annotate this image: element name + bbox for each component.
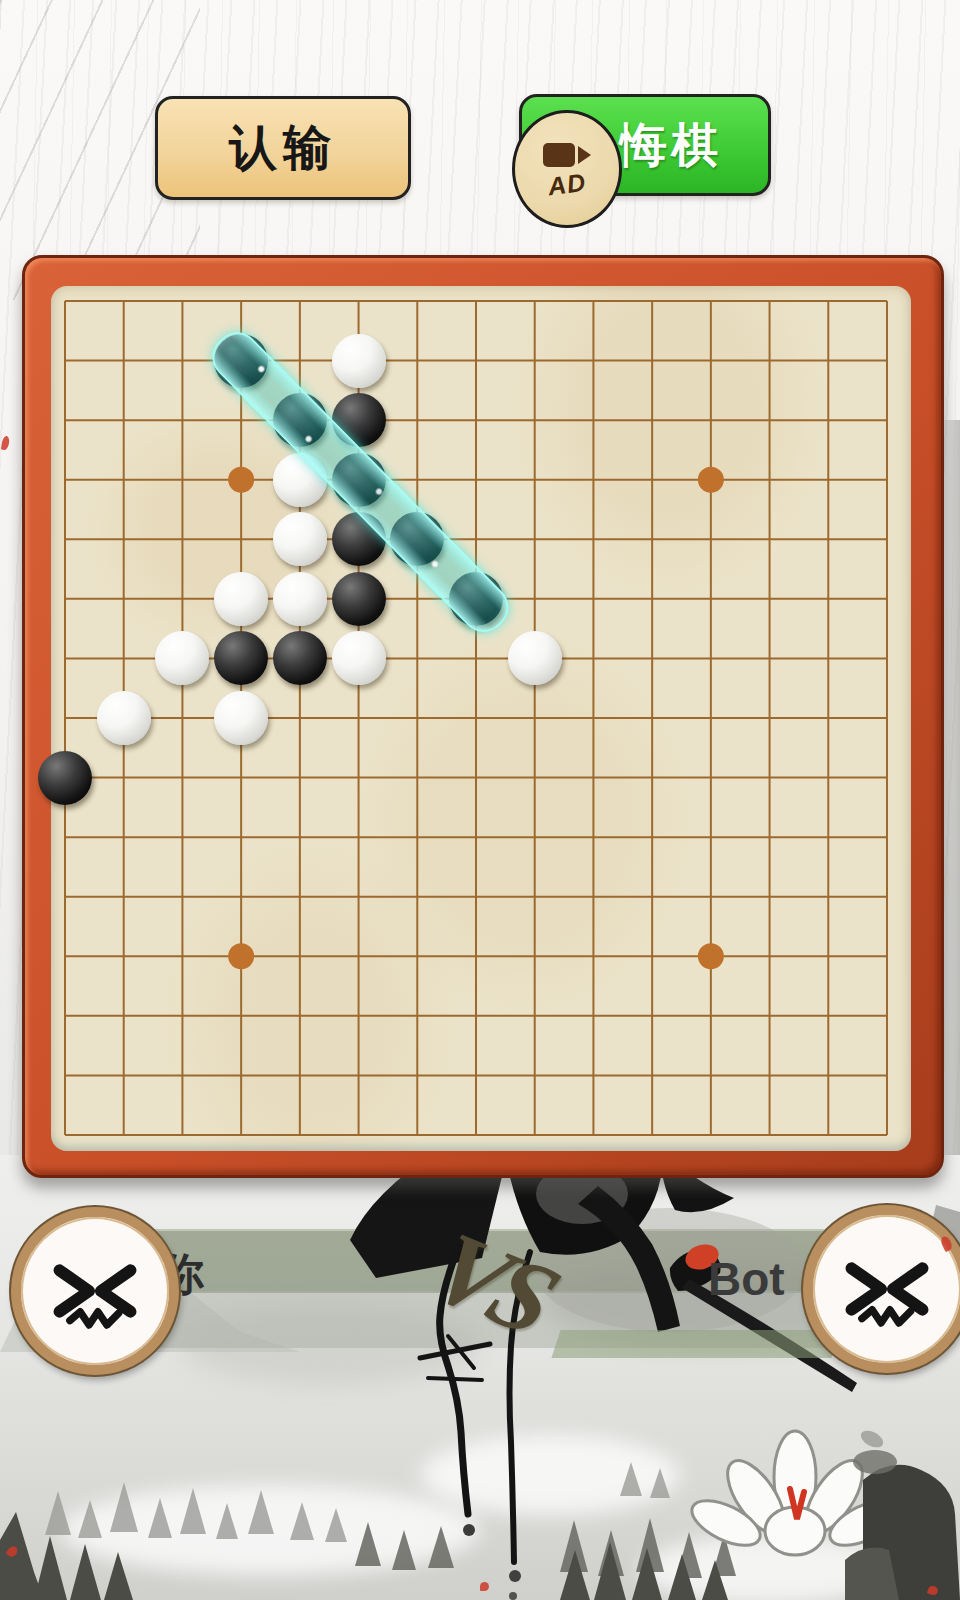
- squint-face-icon: [21, 1217, 169, 1365]
- white-stone: [273, 572, 327, 626]
- white-stone: [508, 631, 562, 685]
- star-point: [228, 467, 254, 493]
- player-avatar-bot: [803, 1205, 960, 1373]
- white-stone: [214, 572, 268, 626]
- camera-lens: [578, 146, 591, 164]
- surrender-label: 认输: [229, 116, 337, 180]
- white-stone: [97, 691, 151, 745]
- white-stone: [214, 691, 268, 745]
- camera-body: [543, 143, 575, 167]
- white-stone: [332, 334, 386, 388]
- ad-video-badge[interactable]: AD: [512, 110, 622, 228]
- board-frame: [22, 255, 944, 1178]
- black-stone: [332, 572, 386, 626]
- star-point: [698, 943, 724, 969]
- white-stone: [273, 512, 327, 566]
- player-avatar-you: [11, 1207, 179, 1375]
- player-name-bot: Bot: [708, 1252, 785, 1306]
- star-point: [228, 943, 254, 969]
- black-stone: [38, 751, 92, 805]
- squint-face-icon: [813, 1215, 960, 1363]
- white-stone: [332, 631, 386, 685]
- surrender-button[interactable]: 认输: [155, 96, 411, 200]
- star-point: [698, 467, 724, 493]
- board-grid[interactable]: [51, 286, 911, 1151]
- video-camera-icon: [543, 143, 591, 167]
- undo-label: 悔棋: [620, 114, 722, 177]
- black-stone: [273, 631, 327, 685]
- ad-label: AD: [546, 167, 588, 201]
- petal: [480, 1582, 489, 1591]
- grid-lines: [51, 286, 911, 1151]
